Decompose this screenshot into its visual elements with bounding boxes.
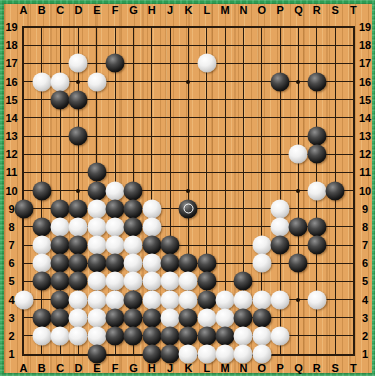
stone-P9-white[interactable] — [271, 199, 290, 218]
stone-E8-white[interactable] — [87, 217, 106, 236]
row-label-left-18: 18 — [5, 40, 17, 51]
stone-C4-black[interactable] — [51, 290, 70, 309]
stone-C9-black[interactable] — [51, 199, 70, 218]
stone-A4-white[interactable] — [14, 290, 33, 309]
stone-D6-black[interactable] — [69, 254, 88, 273]
stone-K2-black[interactable] — [179, 326, 198, 345]
stone-L5-black[interactable] — [197, 272, 216, 291]
stone-F3-black[interactable] — [106, 308, 125, 327]
stone-C2-white[interactable] — [51, 326, 70, 345]
stone-B7-white[interactable] — [32, 236, 51, 255]
stone-F10-white[interactable] — [106, 181, 125, 200]
stone-F7-white[interactable] — [106, 236, 125, 255]
row-label-right-14: 14 — [359, 112, 371, 123]
stone-G7-white[interactable] — [124, 236, 143, 255]
stone-H6-white[interactable] — [142, 254, 161, 273]
star-point-Q16 — [296, 80, 300, 84]
stone-J2-black[interactable] — [161, 326, 180, 345]
row-label-right-9: 9 — [362, 203, 368, 214]
stone-J4-white[interactable] — [161, 290, 180, 309]
column-label-bottom-S: S — [331, 363, 338, 374]
stone-F4-white[interactable] — [106, 290, 125, 309]
row-label-left-10: 10 — [5, 185, 17, 196]
row-label-right-1: 1 — [362, 349, 368, 360]
stone-P2-white[interactable] — [271, 326, 290, 345]
column-label-top-L: L — [203, 5, 210, 16]
row-label-right-11: 11 — [359, 167, 371, 178]
row-label-left-2: 2 — [8, 330, 14, 341]
stone-E7-white[interactable] — [87, 236, 106, 255]
row-label-left-16: 16 — [5, 76, 17, 87]
column-label-top-K: K — [185, 5, 193, 16]
stone-S10-black[interactable] — [326, 181, 345, 200]
stone-E6-black[interactable] — [87, 254, 106, 273]
stone-F2-black[interactable] — [106, 326, 125, 345]
column-label-bottom-C: C — [56, 363, 64, 374]
stone-K4-white[interactable] — [179, 290, 198, 309]
stone-C7-black[interactable] — [51, 236, 70, 255]
stone-H4-white[interactable] — [142, 290, 161, 309]
column-label-bottom-G: G — [129, 363, 138, 374]
stone-D15-black[interactable] — [69, 90, 88, 109]
stone-R10-white[interactable] — [307, 181, 326, 200]
stone-D13-black[interactable] — [69, 127, 88, 146]
stone-E4-white[interactable] — [87, 290, 106, 309]
row-label-left-3: 3 — [8, 312, 14, 323]
row-label-left-4: 4 — [8, 294, 14, 305]
stone-E3-white[interactable] — [87, 308, 106, 327]
row-label-left-15: 15 — [5, 94, 17, 105]
column-label-top-B: B — [38, 5, 46, 16]
stone-B2-white[interactable] — [32, 326, 51, 345]
column-label-bottom-O: O — [258, 363, 267, 374]
stone-C6-black[interactable] — [51, 254, 70, 273]
column-label-top-C: C — [56, 5, 64, 16]
column-label-bottom-J: J — [167, 363, 173, 374]
column-label-top-Q: Q — [294, 5, 303, 16]
stone-D3-white[interactable] — [69, 308, 88, 327]
stone-F6-black[interactable] — [106, 254, 125, 273]
column-label-top-A: A — [20, 5, 28, 16]
stone-O4-white[interactable] — [252, 290, 271, 309]
column-label-top-P: P — [276, 5, 283, 16]
stone-O3-black[interactable] — [252, 308, 271, 327]
row-label-left-6: 6 — [8, 258, 14, 269]
stone-K5-white[interactable] — [179, 272, 198, 291]
stone-C5-black[interactable] — [51, 272, 70, 291]
row-label-right-7: 7 — [362, 240, 368, 251]
row-label-left-13: 13 — [5, 131, 17, 142]
column-label-bottom-M: M — [221, 363, 230, 374]
stone-B6-white[interactable] — [32, 254, 51, 273]
stone-H5-white[interactable] — [142, 272, 161, 291]
stone-B16-white[interactable] — [32, 72, 51, 91]
stone-P8-white[interactable] — [271, 217, 290, 236]
stone-F8-white[interactable] — [106, 217, 125, 236]
stone-E2-white[interactable] — [87, 326, 106, 345]
stone-D9-black[interactable] — [69, 199, 88, 218]
row-label-right-6: 6 — [362, 258, 368, 269]
stone-H2-black[interactable] — [142, 326, 161, 345]
row-label-right-17: 17 — [359, 58, 371, 69]
stone-D5-black[interactable] — [69, 272, 88, 291]
stone-R13-black[interactable] — [307, 127, 326, 146]
column-label-bottom-H: H — [148, 363, 156, 374]
stone-O6-white[interactable] — [252, 254, 271, 273]
stone-L3-white[interactable] — [197, 308, 216, 327]
stone-K9-black[interactable] — [179, 199, 198, 218]
stone-L6-black[interactable] — [197, 254, 216, 273]
column-label-bottom-D: D — [75, 363, 83, 374]
column-label-top-E: E — [93, 5, 100, 16]
stone-C16-white[interactable] — [51, 72, 70, 91]
stone-N2-white[interactable] — [234, 326, 253, 345]
column-label-bottom-Q: Q — [294, 363, 303, 374]
stone-G10-black[interactable] — [124, 181, 143, 200]
column-label-bottom-L: L — [203, 363, 210, 374]
stone-D4-white[interactable] — [69, 290, 88, 309]
stone-G8-black[interactable] — [124, 217, 143, 236]
stone-L2-black[interactable] — [197, 326, 216, 345]
stone-B10-black[interactable] — [32, 181, 51, 200]
stone-E10-black[interactable] — [87, 181, 106, 200]
row-label-right-10: 10 — [359, 185, 371, 196]
row-label-left-1: 1 — [8, 349, 14, 360]
column-label-top-D: D — [75, 5, 83, 16]
stone-K3-black[interactable] — [179, 308, 198, 327]
stone-C8-white[interactable] — [51, 217, 70, 236]
stone-L17-white[interactable] — [197, 54, 216, 73]
stone-D2-white[interactable] — [69, 326, 88, 345]
star-point-D10 — [76, 189, 80, 193]
column-label-bottom-B: B — [38, 363, 46, 374]
stone-E5-white[interactable] — [87, 272, 106, 291]
column-label-top-H: H — [148, 5, 156, 16]
stone-R16-black[interactable] — [307, 72, 326, 91]
stone-G6-white[interactable] — [124, 254, 143, 273]
column-label-bottom-E: E — [93, 363, 100, 374]
stone-P4-white[interactable] — [271, 290, 290, 309]
column-label-top-N: N — [240, 5, 248, 16]
stone-Q8-black[interactable] — [289, 217, 308, 236]
stone-N4-white[interactable] — [234, 290, 253, 309]
stone-J6-black[interactable] — [161, 254, 180, 273]
row-label-right-12: 12 — [359, 149, 371, 160]
stone-F5-white[interactable] — [106, 272, 125, 291]
row-label-left-17: 17 — [5, 58, 17, 69]
row-label-right-19: 19 — [359, 22, 371, 33]
row-label-right-16: 16 — [359, 76, 371, 87]
stone-H9-white[interactable] — [142, 199, 161, 218]
star-point-Q4 — [296, 298, 300, 302]
column-label-top-F: F — [112, 5, 119, 16]
stone-J7-black[interactable] — [161, 236, 180, 255]
stone-M2-black[interactable] — [216, 326, 235, 345]
stone-G3-black[interactable] — [124, 308, 143, 327]
row-label-left-19: 19 — [5, 22, 17, 33]
stone-H8-white[interactable] — [142, 217, 161, 236]
stone-P7-black[interactable] — [271, 236, 290, 255]
stone-M4-white[interactable] — [216, 290, 235, 309]
stone-G2-black[interactable] — [124, 326, 143, 345]
stone-F9-black[interactable] — [106, 199, 125, 218]
stone-Q12-white[interactable] — [289, 145, 308, 164]
stone-E16-white[interactable] — [87, 72, 106, 91]
row-label-left-14: 14 — [5, 112, 17, 123]
stone-J3-white[interactable] — [161, 308, 180, 327]
column-label-bottom-N: N — [240, 363, 248, 374]
stone-D7-black[interactable] — [69, 236, 88, 255]
stone-D8-white[interactable] — [69, 217, 88, 236]
row-label-left-7: 7 — [8, 240, 14, 251]
stone-G9-black[interactable] — [124, 199, 143, 218]
go-app-window: AABBCCDDEEFFGGHHJJKKLLMMNNOOPPQQRRSSTT19… — [0, 0, 375, 376]
stone-R4-white[interactable] — [307, 290, 326, 309]
stone-Q6-black[interactable] — [289, 254, 308, 273]
stone-E9-white[interactable] — [87, 199, 106, 218]
column-label-top-J: J — [167, 5, 173, 16]
column-label-bottom-T: T — [350, 363, 357, 374]
stone-H7-black[interactable] — [142, 236, 161, 255]
stone-J5-white[interactable] — [161, 272, 180, 291]
stone-N3-black[interactable] — [234, 308, 253, 327]
row-label-right-3: 3 — [362, 312, 368, 323]
row-label-right-5: 5 — [362, 276, 368, 287]
row-label-right-15: 15 — [359, 94, 371, 105]
row-label-right-8: 8 — [362, 221, 368, 232]
row-label-left-5: 5 — [8, 276, 14, 287]
column-label-top-S: S — [331, 5, 338, 16]
stone-R7-black[interactable] — [307, 236, 326, 255]
column-label-top-R: R — [313, 5, 321, 16]
stone-G5-white[interactable] — [124, 272, 143, 291]
stone-C15-black[interactable] — [51, 90, 70, 109]
stone-N5-black[interactable] — [234, 272, 253, 291]
stone-P16-black[interactable] — [271, 72, 290, 91]
row-label-right-18: 18 — [359, 40, 371, 51]
stone-B5-black[interactable] — [32, 272, 51, 291]
stone-A9-black[interactable] — [14, 199, 33, 218]
star-point-K10 — [186, 189, 190, 193]
column-label-bottom-K: K — [185, 363, 193, 374]
star-point-K16 — [186, 80, 190, 84]
stone-M3-white[interactable] — [216, 308, 235, 327]
stone-G4-black[interactable] — [124, 290, 143, 309]
stone-O7-white[interactable] — [252, 236, 271, 255]
stone-B3-black[interactable] — [32, 308, 51, 327]
stone-H3-black[interactable] — [142, 308, 161, 327]
stone-O2-white[interactable] — [252, 326, 271, 345]
column-label-bottom-R: R — [313, 363, 321, 374]
row-label-right-2: 2 — [362, 330, 368, 341]
column-label-bottom-A: A — [20, 363, 28, 374]
row-label-left-8: 8 — [8, 221, 14, 232]
star-point-D16 — [76, 80, 80, 84]
column-label-top-G: G — [129, 5, 138, 16]
column-label-top-M: M — [221, 5, 230, 16]
stone-L4-black[interactable] — [197, 290, 216, 309]
row-label-left-11: 11 — [6, 167, 18, 178]
last-move-marker — [183, 204, 193, 214]
stone-K6-black[interactable] — [179, 254, 198, 273]
stone-F17-black[interactable] — [106, 54, 125, 73]
column-label-bottom-P: P — [276, 363, 283, 374]
stone-B8-black[interactable] — [32, 217, 51, 236]
star-point-Q10 — [296, 189, 300, 193]
stone-R8-black[interactable] — [307, 217, 326, 236]
stone-C3-black[interactable] — [51, 308, 70, 327]
row-label-left-9: 9 — [8, 203, 14, 214]
column-label-top-O: O — [258, 5, 267, 16]
row-label-right-4: 4 — [362, 294, 368, 305]
row-label-left-12: 12 — [5, 149, 17, 160]
column-label-bottom-F: F — [112, 363, 119, 374]
stone-E11-black[interactable] — [87, 163, 106, 182]
column-label-top-T: T — [350, 5, 357, 16]
stone-R12-black[interactable] — [307, 145, 326, 164]
row-label-right-13: 13 — [359, 131, 371, 142]
stone-D17-white[interactable] — [69, 54, 88, 73]
